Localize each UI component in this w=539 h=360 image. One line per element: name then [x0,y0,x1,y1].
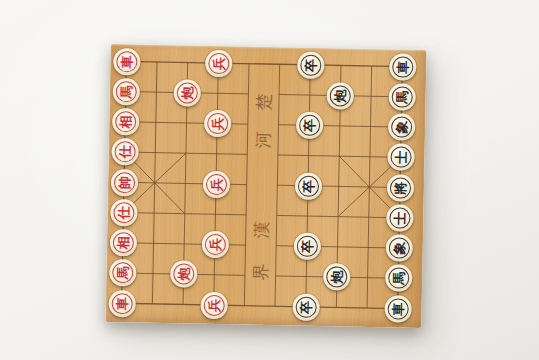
board-grid [105,44,426,328]
piece-character: 車 [115,297,128,310]
piece-red-cannon[interactable]: 炮 [173,79,201,107]
piece-character: 仕 [118,145,131,158]
piece-character: 士 [394,151,407,164]
piece-character: 馬 [116,266,129,279]
piece-black-horse[interactable]: 馬 [384,265,412,293]
piece-character: 士 [393,211,406,224]
piece-character: 兵 [207,298,220,311]
piece-character: 卒 [300,240,313,253]
piece-character: 將 [393,181,406,194]
piece-character: 兵 [208,238,221,251]
piece-red-soldier[interactable]: 兵 [200,291,228,319]
piece-character: 象 [395,120,408,133]
piece-character: 仕 [117,206,130,219]
photo-backdrop: 楚 河 漢 界 車馬相仕帥仕相馬車炮炮兵兵兵兵兵車馬象士將士象馬車炮炮卒卒卒卒卒 [0,0,539,360]
piece-red-horse[interactable]: 馬 [112,78,140,106]
piece-black-elephant[interactable]: 象 [387,113,415,141]
piece-character: 相 [116,236,129,249]
piece-character: 卒 [304,58,317,71]
piece-black-advisor[interactable]: 士 [387,144,415,172]
piece-red-chariot[interactable]: 車 [108,289,136,317]
piece-red-general[interactable]: 帥 [110,169,138,197]
piece-character: 車 [396,60,409,73]
piece-red-elephant[interactable]: 相 [109,229,137,257]
piece-black-horse[interactable]: 馬 [388,83,416,111]
piece-character: 象 [392,241,405,254]
piece-black-soldier[interactable]: 卒 [297,51,325,79]
piece-character: 馬 [392,272,405,285]
piece-character: 炮 [334,89,347,102]
piece-character: 炮 [177,268,190,281]
piece-character: 車 [120,55,133,68]
piece-black-chariot[interactable]: 車 [389,53,417,81]
piece-red-soldier[interactable]: 兵 [201,231,229,259]
piece-character: 相 [119,115,132,128]
piece-red-elephant[interactable]: 相 [111,108,139,136]
piece-red-advisor[interactable]: 仕 [110,199,138,227]
piece-character: 車 [391,302,404,315]
piece-character: 馬 [395,90,408,103]
piece-black-general[interactable]: 將 [386,174,414,202]
piece-black-soldier[interactable]: 卒 [293,233,321,261]
piece-black-elephant[interactable]: 象 [385,234,413,262]
piece-red-advisor[interactable]: 仕 [111,138,139,166]
piece-red-soldier[interactable]: 兵 [203,110,231,138]
piece-black-advisor[interactable]: 士 [386,204,414,232]
piece-character: 兵 [209,177,222,190]
piece-character: 帥 [117,176,130,189]
piece-character: 卒 [301,179,314,192]
piece-character: 馬 [119,85,132,98]
piece-black-soldier[interactable]: 卒 [295,112,323,140]
piece-character: 卒 [303,119,316,132]
piece-red-soldier[interactable]: 兵 [202,170,230,198]
piece-character: 炮 [180,86,193,99]
piece-red-horse[interactable]: 馬 [109,259,137,287]
piece-character: 卒 [299,300,312,313]
piece-black-soldier[interactable]: 卒 [294,172,322,200]
piece-character: 兵 [211,117,224,130]
piece-character: 兵 [212,56,225,69]
piece-red-chariot[interactable]: 車 [113,48,141,76]
piece-character: 炮 [330,271,343,284]
piece-red-soldier[interactable]: 兵 [205,49,233,77]
piece-black-chariot[interactable]: 車 [384,295,412,323]
xiangqi-board: 楚 河 漢 界 車馬相仕帥仕相馬車炮炮兵兵兵兵兵車馬象士將士象馬車炮炮卒卒卒卒卒 [105,44,426,328]
piece-black-soldier[interactable]: 卒 [292,293,320,321]
